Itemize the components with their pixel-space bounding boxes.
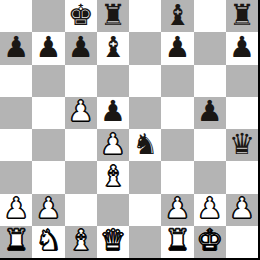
white-pawn-piece: ♟ <box>100 130 126 159</box>
square-a8[interactable] <box>0 0 32 32</box>
square-d3[interactable]: ♝ <box>97 161 129 193</box>
black-king-piece: ♚ <box>68 1 94 30</box>
black-rook-piece: ♜ <box>229 1 255 30</box>
square-d7[interactable]: ♝ <box>97 32 129 64</box>
square-f1[interactable]: ♜ <box>161 226 193 258</box>
square-b1[interactable]: ♞ <box>32 226 64 258</box>
square-h6[interactable] <box>226 65 258 97</box>
white-pawn-piece: ♟ <box>197 194 223 223</box>
square-h2[interactable]: ♟ <box>226 194 258 226</box>
square-d1[interactable]: ♛ <box>97 226 129 258</box>
white-bishop-piece: ♝ <box>100 162 126 191</box>
square-b6[interactable] <box>32 65 64 97</box>
square-c4[interactable] <box>65 129 97 161</box>
square-a1[interactable]: ♜ <box>0 226 32 258</box>
white-pawn-piece: ♟ <box>229 194 255 223</box>
black-bishop-piece: ♝ <box>164 1 190 30</box>
white-bishop-piece: ♝ <box>68 226 94 255</box>
square-e3[interactable] <box>129 161 161 193</box>
square-g7[interactable] <box>194 32 226 64</box>
square-g5[interactable]: ♟ <box>194 97 226 129</box>
square-a3[interactable] <box>0 161 32 193</box>
square-e8[interactable] <box>129 0 161 32</box>
square-h5[interactable] <box>226 97 258 129</box>
square-f7[interactable]: ♟ <box>161 32 193 64</box>
square-e7[interactable] <box>129 32 161 64</box>
square-c7[interactable]: ♟ <box>65 32 97 64</box>
square-g1[interactable]: ♚ <box>194 226 226 258</box>
black-bishop-piece: ♝ <box>100 33 126 62</box>
square-g6[interactable] <box>194 65 226 97</box>
square-a6[interactable] <box>0 65 32 97</box>
square-d6[interactable] <box>97 65 129 97</box>
white-rook-piece: ♜ <box>3 226 29 255</box>
square-b5[interactable] <box>32 97 64 129</box>
black-pawn-piece: ♟ <box>164 33 190 62</box>
black-pawn-piece: ♟ <box>68 33 94 62</box>
square-e5[interactable] <box>129 97 161 129</box>
square-b3[interactable] <box>32 161 64 193</box>
square-a5[interactable] <box>0 97 32 129</box>
square-a4[interactable] <box>0 129 32 161</box>
square-c8[interactable]: ♚ <box>65 0 97 32</box>
white-pawn-piece: ♟ <box>35 194 61 223</box>
square-e1[interactable] <box>129 226 161 258</box>
square-d4[interactable]: ♟ <box>97 129 129 161</box>
square-d8[interactable]: ♜ <box>97 0 129 32</box>
square-d2[interactable] <box>97 194 129 226</box>
chess-board: ♚♜♝♜♟♟♟♝♟♟♟♟♟♟♞♛♝♟♟♟♟♟♜♞♝♛♜♚ <box>0 0 258 258</box>
square-f6[interactable] <box>161 65 193 97</box>
square-b8[interactable] <box>32 0 64 32</box>
square-e2[interactable] <box>129 194 161 226</box>
white-pawn-piece: ♟ <box>3 194 29 223</box>
black-pawn-piece: ♟ <box>35 33 61 62</box>
square-c1[interactable]: ♝ <box>65 226 97 258</box>
square-f8[interactable]: ♝ <box>161 0 193 32</box>
square-h7[interactable]: ♟ <box>226 32 258 64</box>
white-queen-piece: ♛ <box>100 226 126 255</box>
square-b2[interactable]: ♟ <box>32 194 64 226</box>
white-king-piece: ♚ <box>197 226 223 255</box>
white-rook-piece: ♜ <box>164 226 190 255</box>
square-c3[interactable] <box>65 161 97 193</box>
white-pawn-piece: ♟ <box>164 194 190 223</box>
square-b4[interactable] <box>32 129 64 161</box>
square-f3[interactable] <box>161 161 193 193</box>
square-g4[interactable] <box>194 129 226 161</box>
black-queen-piece: ♛ <box>229 130 255 159</box>
chess-diagram: ♚♜♝♜♟♟♟♝♟♟♟♟♟♟♞♛♝♟♟♟♟♟♜♞♝♛♜♚ <box>0 0 260 260</box>
square-c5[interactable]: ♟ <box>65 97 97 129</box>
square-e6[interactable] <box>129 65 161 97</box>
square-f4[interactable] <box>161 129 193 161</box>
square-c6[interactable] <box>65 65 97 97</box>
white-pawn-piece: ♟ <box>68 97 94 126</box>
black-rook-piece: ♜ <box>100 1 126 30</box>
square-f2[interactable]: ♟ <box>161 194 193 226</box>
square-g3[interactable] <box>194 161 226 193</box>
black-pawn-piece: ♟ <box>3 33 29 62</box>
black-pawn-piece: ♟ <box>229 33 255 62</box>
square-h4[interactable]: ♛ <box>226 129 258 161</box>
square-g2[interactable]: ♟ <box>194 194 226 226</box>
white-knight-piece: ♞ <box>35 226 61 255</box>
square-h1[interactable] <box>226 226 258 258</box>
square-h3[interactable] <box>226 161 258 193</box>
square-a2[interactable]: ♟ <box>0 194 32 226</box>
square-d5[interactable]: ♟ <box>97 97 129 129</box>
square-e4[interactable]: ♞ <box>129 129 161 161</box>
black-pawn-piece: ♟ <box>100 97 126 126</box>
square-g8[interactable] <box>194 0 226 32</box>
square-b7[interactable]: ♟ <box>32 32 64 64</box>
black-knight-piece: ♞ <box>132 130 158 159</box>
square-a7[interactable]: ♟ <box>0 32 32 64</box>
square-f5[interactable] <box>161 97 193 129</box>
black-pawn-piece: ♟ <box>197 97 223 126</box>
square-c2[interactable] <box>65 194 97 226</box>
square-h8[interactable]: ♜ <box>226 0 258 32</box>
